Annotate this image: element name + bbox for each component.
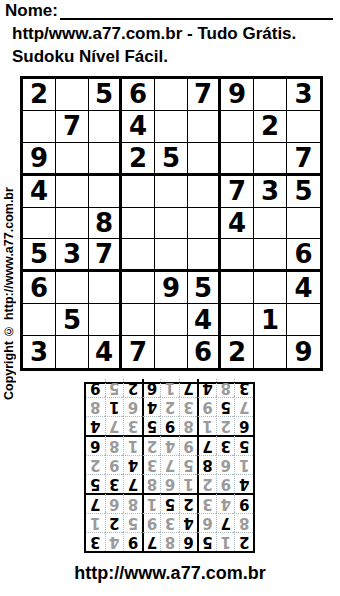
sudoku-cell [287, 304, 320, 336]
sudoku-cell [188, 208, 221, 240]
sudoku-cell [122, 208, 155, 240]
solution-cell: 5 [234, 435, 253, 455]
copyright-vertical-text: Copyright © http://www.a77.com.br [0, 140, 18, 448]
solution-cell: 6 [179, 532, 198, 551]
sudoku-cell: 7 [122, 336, 155, 368]
solution-cell: 9 [179, 435, 198, 455]
sudoku-cell [221, 272, 254, 304]
solution-cell: 2 [86, 455, 105, 474]
sudoku-cell [23, 111, 56, 143]
sudoku-cell [56, 272, 89, 304]
sudoku-cell: 2 [254, 111, 287, 143]
sudoku-cell: 3 [287, 79, 320, 111]
solution-cell: 1 [105, 397, 124, 416]
sudoku-cell: 6 [287, 239, 320, 272]
sudoku-cell: 9 [23, 143, 56, 176]
sudoku-cell [56, 176, 89, 208]
solution-cell: 5 [197, 532, 216, 551]
sudoku-cell: 2 [23, 79, 56, 111]
solution-cell: 6 [142, 379, 161, 397]
solution-cell: 8 [123, 493, 142, 513]
sudoku-cell: 9 [287, 336, 320, 368]
sudoku-cell [56, 336, 89, 368]
sudoku-cell [56, 143, 89, 176]
sudoku-cell: 3 [56, 239, 89, 272]
sudoku-cell: 5 [155, 143, 188, 176]
solution-cell: 5 [142, 416, 161, 435]
solution-cell: 4 [86, 416, 105, 435]
sudoku-cell [155, 208, 188, 240]
sudoku-cell [221, 143, 254, 176]
sudoku-cell [254, 208, 287, 240]
sudoku-grid: 256793742925747358453766954541347629 [20, 76, 323, 371]
sudoku-cell: 7 [188, 79, 221, 111]
solution-cell: 2 [179, 493, 198, 513]
sudoku-cell: 6 [188, 336, 221, 368]
sudoku-cell [221, 239, 254, 272]
sudoku-cell: 2 [221, 336, 254, 368]
solution-cell: 8 [160, 532, 179, 551]
sudoku-cell [221, 111, 254, 143]
solution-cell: 7 [86, 493, 105, 513]
name-row: Nome: [5, 1, 333, 20]
solution-cell: 3 [123, 416, 142, 435]
solution-cell: 3 [142, 455, 161, 474]
sudoku-solution-grid-rotated: 2156879438764395219432518674921687351685… [84, 382, 255, 553]
sudoku-cell [188, 176, 221, 208]
name-fill-line [60, 1, 333, 20]
sudoku-cell [221, 304, 254, 336]
sudoku-cell: 5 [188, 272, 221, 304]
sudoku-cell: 7 [56, 111, 89, 143]
solution-cell: 8 [234, 513, 253, 532]
solution-cell: 7 [216, 513, 235, 532]
solution-cell: 2 [234, 532, 253, 551]
sudoku-cell [122, 272, 155, 304]
solution-cell: 7 [234, 397, 253, 416]
solution-cell: 9 [160, 416, 179, 435]
solution-cell: 1 [234, 455, 253, 474]
solution-cell: 7 [197, 435, 216, 455]
sudoku-cell [23, 304, 56, 336]
sudoku-cell [287, 208, 320, 240]
sudoku-cell [155, 336, 188, 368]
sudoku-cell [155, 239, 188, 272]
solution-cell: 2 [123, 379, 142, 397]
solution-cell: 3 [234, 379, 253, 397]
sudoku-cell: 9 [155, 272, 188, 304]
solution-cell: 4 [234, 474, 253, 493]
solution-cell: 4 [123, 455, 142, 474]
sudoku-cell [122, 239, 155, 272]
sudoku-cell: 7 [221, 176, 254, 208]
solution-cell: 6 [123, 397, 142, 416]
sudoku-cell: 2 [122, 143, 155, 176]
solution-cell: 1 [86, 513, 105, 532]
sudoku-cell [122, 304, 155, 336]
solution-cell: 1 [123, 435, 142, 455]
sudoku-cell: 9 [221, 79, 254, 111]
puzzle-level-title: Sudoku Nível Fácil. [12, 47, 168, 67]
sudoku-cell: 8 [89, 208, 122, 240]
sudoku-cell: 7 [89, 239, 122, 272]
solution-cell: 7 [179, 379, 198, 397]
sudoku-cell [254, 79, 287, 111]
sudoku-cell: 5 [56, 304, 89, 336]
sudoku-cell: 3 [23, 336, 56, 368]
sudoku-cell: 5 [287, 176, 320, 208]
solution-cell: 1 [160, 379, 179, 397]
sudoku-cell [188, 239, 221, 272]
solution-cell: 3 [197, 493, 216, 513]
solution-cell: 2 [105, 513, 124, 532]
solution-cell: 6 [160, 474, 179, 493]
solution-cell: 2 [160, 397, 179, 416]
footer-url: http://www.a77.com.br [0, 563, 340, 584]
sudoku-cell [287, 111, 320, 143]
solution-cell: 1 [216, 532, 235, 551]
solution-cell: 1 [197, 416, 216, 435]
solution-cell: 2 [216, 416, 235, 435]
solution-cell: 5 [179, 455, 198, 474]
solution-cell: 5 [86, 474, 105, 493]
sudoku-cell [56, 208, 89, 240]
solution-cell: 9 [216, 474, 235, 493]
sudoku-cell [89, 176, 122, 208]
solution-cell: 9 [197, 397, 216, 416]
sudoku-cell [188, 111, 221, 143]
sudoku-cell [254, 239, 287, 272]
solution-cell: 4 [160, 435, 179, 455]
solution-cell: 8 [216, 379, 235, 397]
solution-cell: 5 [160, 493, 179, 513]
solution-cell: 3 [86, 532, 105, 551]
solution-cell: 3 [216, 435, 235, 455]
solution-cell: 7 [160, 455, 179, 474]
solution-cell: 8 [86, 397, 105, 416]
sudoku-cell [89, 111, 122, 143]
solution-cell: 4 [197, 379, 216, 397]
solution-cell: 9 [123, 532, 142, 551]
solution-cell: 9 [142, 513, 161, 532]
sudoku-cell [23, 208, 56, 240]
solution-cell: 1 [142, 493, 161, 513]
sudoku-cell [56, 79, 89, 111]
sudoku-cell [155, 304, 188, 336]
sudoku-cell [155, 111, 188, 143]
solution-cell: 9 [234, 493, 253, 513]
sudoku-cell [89, 143, 122, 176]
solution-cell: 6 [105, 493, 124, 513]
solution-cell: 5 [123, 513, 142, 532]
solution-cell: 8 [179, 416, 198, 435]
solution-cell: 3 [105, 474, 124, 493]
sudoku-cell: 4 [287, 272, 320, 304]
solution-cell: 7 [142, 532, 161, 551]
solution-cell: 4 [142, 397, 161, 416]
name-label: Nome: [5, 1, 58, 20]
sudoku-cell [254, 143, 287, 176]
sudoku-cell [155, 79, 188, 111]
sudoku-cell [188, 143, 221, 176]
solution-cell: 8 [142, 474, 161, 493]
sudoku-cell [155, 176, 188, 208]
sudoku-cell: 4 [89, 336, 122, 368]
solution-cell: 9 [86, 379, 105, 397]
sudoku-cell: 6 [23, 272, 56, 304]
solution-cell: 2 [142, 435, 161, 455]
sudoku-cell: 7 [287, 143, 320, 176]
solution-cell: 7 [123, 474, 142, 493]
solution-cell: 6 [234, 416, 253, 435]
sudoku-cell [122, 176, 155, 208]
sudoku-cell: 5 [23, 239, 56, 272]
solution-cell: 9 [105, 455, 124, 474]
sudoku-cell [89, 272, 122, 304]
sudoku-cell: 5 [89, 79, 122, 111]
sudoku-cell: 4 [221, 208, 254, 240]
sudoku-cell: 3 [254, 176, 287, 208]
sudoku-cell [254, 336, 287, 368]
solution-cell: 6 [216, 455, 235, 474]
solution-cell: 2 [197, 474, 216, 493]
site-header-text: http/www.a77.com.br - Tudo Grátis. [12, 24, 296, 44]
solution-cell: 4 [216, 493, 235, 513]
sudoku-cell: 4 [23, 176, 56, 208]
solution-cell: 5 [105, 379, 124, 397]
sudoku-cell: 1 [254, 304, 287, 336]
solution-cell: 6 [197, 513, 216, 532]
solution-cell: 4 [179, 513, 198, 532]
sudoku-cell: 6 [122, 79, 155, 111]
sudoku-print-page: Nome: http/www.a77.com.br - Tudo Grátis.… [0, 0, 340, 596]
solution-cell: 3 [179, 397, 198, 416]
sudoku-cell: 4 [122, 111, 155, 143]
sudoku-cell: 4 [188, 304, 221, 336]
solution-cell: 1 [179, 474, 198, 493]
solution-cell: 4 [105, 532, 124, 551]
solution-cell: 6 [86, 435, 105, 455]
solution-cell: 5 [216, 397, 235, 416]
solution-cell: 3 [160, 513, 179, 532]
sudoku-cell [254, 272, 287, 304]
solution-cell: 7 [105, 416, 124, 435]
solution-cell: 8 [197, 455, 216, 474]
solution-cell: 8 [105, 435, 124, 455]
sudoku-cell [89, 304, 122, 336]
